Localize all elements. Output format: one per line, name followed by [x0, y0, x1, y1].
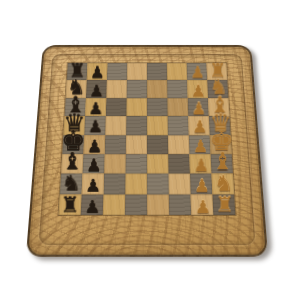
square-f3[interactable]: [168, 154, 190, 174]
square-g2[interactable]: ♟: [190, 174, 212, 194]
chess-board: ♜♟♟♜♞♟♟♞♝♟♟♝♛♟♟♛♚♟♟♚♝♟♟♝♞♟♟♞♜♟♟♜: [26, 45, 268, 257]
square-f7[interactable]: ♟: [83, 154, 105, 174]
square-d4[interactable]: [147, 116, 168, 135]
piece-black-rook[interactable]: ♜: [60, 195, 79, 215]
square-a5[interactable]: [127, 63, 147, 80]
piece-black-pawn[interactable]: ♟: [88, 100, 103, 116]
square-b2[interactable]: ♟: [187, 80, 208, 98]
piece-black-pawn[interactable]: ♟: [89, 82, 104, 98]
square-d3[interactable]: [168, 116, 189, 135]
piece-white-pawn[interactable]: ♟: [194, 198, 210, 215]
square-e3[interactable]: [168, 135, 189, 154]
piece-white-pawn[interactable]: ♟: [194, 177, 210, 194]
square-g4[interactable]: [147, 174, 169, 194]
square-c2[interactable]: ♟: [188, 98, 209, 116]
piece-black-pawn[interactable]: ♟: [87, 119, 102, 135]
piece-white-pawn[interactable]: ♟: [190, 82, 205, 98]
square-c4[interactable]: [147, 98, 168, 116]
square-f6[interactable]: [104, 154, 126, 174]
square-d5[interactable]: [126, 116, 147, 135]
square-f2[interactable]: ♟: [189, 154, 211, 174]
square-h1[interactable]: ♜: [212, 194, 235, 215]
piece-white-pawn[interactable]: ♟: [192, 138, 207, 154]
square-g3[interactable]: [168, 174, 190, 194]
square-a4[interactable]: [147, 63, 167, 80]
square-e2[interactable]: ♟: [189, 135, 211, 154]
square-e5[interactable]: [126, 135, 147, 154]
square-h5[interactable]: [125, 194, 147, 215]
piece-white-pawn[interactable]: ♟: [190, 65, 205, 80]
square-c7[interactable]: ♟: [85, 98, 106, 116]
square-a2[interactable]: ♟: [187, 63, 208, 80]
square-e4[interactable]: [147, 135, 168, 154]
piece-black-pawn[interactable]: ♟: [85, 157, 101, 174]
square-g5[interactable]: [125, 174, 147, 194]
board-squares: ♜♟♟♜♞♟♟♞♝♟♟♝♛♟♟♛♚♟♟♚♝♟♟♝♞♟♟♞♜♟♟♜: [59, 63, 236, 215]
square-d6[interactable]: [105, 116, 126, 135]
piece-white-rook[interactable]: ♜: [215, 195, 234, 215]
square-e6[interactable]: [105, 135, 126, 154]
photo-background: ♜♟♟♜♞♟♟♞♝♟♟♝♛♟♟♛♚♟♟♚♝♟♟♝♞♟♟♞♜♟♟♜: [0, 0, 300, 300]
square-b3[interactable]: [167, 80, 188, 98]
piece-black-pawn[interactable]: ♟: [84, 198, 100, 215]
piece-white-pawn[interactable]: ♟: [192, 119, 207, 135]
square-d2[interactable]: ♟: [188, 116, 209, 135]
square-c3[interactable]: [167, 98, 188, 116]
square-g7[interactable]: ♟: [82, 174, 104, 194]
square-h3[interactable]: [169, 194, 191, 215]
square-a6[interactable]: [107, 63, 127, 80]
square-h6[interactable]: [103, 194, 125, 215]
square-e7[interactable]: ♟: [83, 135, 105, 154]
piece-black-pawn[interactable]: ♟: [90, 65, 105, 80]
square-h4[interactable]: [147, 194, 169, 215]
square-c5[interactable]: [126, 98, 147, 116]
square-a7[interactable]: ♟: [87, 63, 108, 80]
square-g6[interactable]: [103, 174, 125, 194]
piece-black-pawn[interactable]: ♟: [86, 138, 101, 154]
square-b4[interactable]: [147, 80, 167, 98]
square-h8[interactable]: ♜: [59, 194, 82, 215]
piece-black-pawn[interactable]: ♟: [85, 177, 101, 194]
piece-white-pawn[interactable]: ♟: [191, 100, 206, 116]
square-a3[interactable]: [167, 63, 187, 80]
square-f4[interactable]: [147, 154, 168, 174]
piece-white-pawn[interactable]: ♟: [193, 157, 209, 174]
square-b5[interactable]: [127, 80, 147, 98]
square-c6[interactable]: [106, 98, 127, 116]
square-d7[interactable]: ♟: [84, 116, 105, 135]
square-h2[interactable]: ♟: [191, 194, 214, 215]
square-f5[interactable]: [126, 154, 147, 174]
square-h7[interactable]: ♟: [81, 194, 104, 215]
square-b7[interactable]: ♟: [86, 80, 107, 98]
square-b6[interactable]: [106, 80, 127, 98]
